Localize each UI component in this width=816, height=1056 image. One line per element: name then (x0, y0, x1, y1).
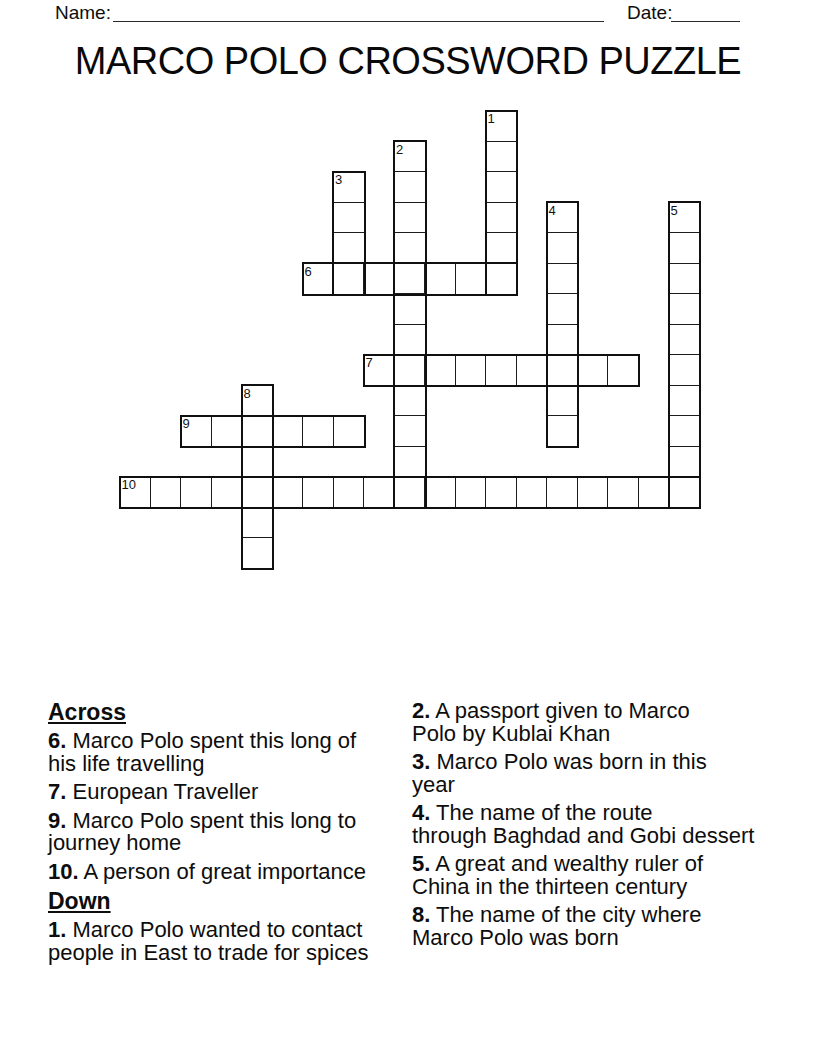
grid-cell-r5c11[interactable] (455, 263, 487, 295)
down-clue-8-line-2: Marco Polo was born (412, 927, 797, 950)
across-clue-9-line-2: journey home (48, 832, 398, 855)
grid-cell-r9c9[interactable] (394, 385, 426, 417)
grid-cell-r12c6[interactable] (302, 476, 334, 508)
down-clues-list-right: 2. A passport given to MarcoPolo by Kubl… (412, 700, 797, 949)
grid-cell-r4c7[interactable] (333, 232, 365, 264)
grid-cell-r10c18[interactable] (668, 415, 700, 447)
grid-cell-r7c14[interactable] (546, 324, 578, 356)
grid-cell-r12c10[interactable] (424, 476, 456, 508)
across-clue-9: 9. Marco Polo spent this long tojourney … (48, 810, 398, 855)
grid-cell-r12c7[interactable] (333, 476, 365, 508)
down-clue-1: 1. Marco Polo wanted to contactpeople in… (48, 919, 398, 964)
across-clue-7-line-1: 7. European Traveller (48, 781, 398, 804)
grid-cell-r7c9[interactable] (394, 324, 426, 356)
grid-cell-r13c4[interactable] (241, 507, 273, 539)
grid-cell-r1c9[interactable] (394, 141, 426, 173)
across-clue-6-line-2: his life travelling (48, 753, 398, 776)
down-clue-3-number: 3. (412, 749, 430, 774)
date-blank-line[interactable] (671, 1, 740, 22)
grid-cell-r8c14[interactable] (546, 354, 578, 386)
crossword-worksheet-page: { "header": { "name_label": "Name:", "da… (0, 0, 816, 1056)
across-clue-6-line-1: 6. Marco Polo spent this long of (48, 730, 398, 753)
down-clues-list-left: 1. Marco Polo wanted to contactpeople in… (48, 919, 398, 964)
down-clue-3-line-1: 3. Marco Polo was born in this (412, 751, 797, 774)
across-clue-10-number: 10. (48, 859, 79, 884)
grid-cell-r5c18[interactable] (668, 263, 700, 295)
grid-cell-r12c15[interactable] (577, 476, 609, 508)
across-clue-9-line-1: 9. Marco Polo spent this long to (48, 810, 398, 833)
down-clue-3: 3. Marco Polo was born in thisyear (412, 751, 797, 796)
grid-cell-r10c5[interactable] (272, 415, 304, 447)
grid-cell-r12c2[interactable] (180, 476, 212, 508)
grid-cell-r10c14[interactable] (546, 415, 578, 447)
grid-cell-r9c4[interactable] (241, 385, 273, 417)
grid-cell-r12c16[interactable] (607, 476, 639, 508)
grid-cell-r3c9[interactable] (394, 202, 426, 234)
down-clue-5: 5. A great and wealthy ruler ofChina in … (412, 853, 797, 898)
across-clues-list: 6. Marco Polo spent this long ofhis life… (48, 730, 398, 883)
down-clue-1-line-1: 1. Marco Polo wanted to contact (48, 919, 398, 942)
grid-cell-r8c8[interactable] (363, 354, 395, 386)
grid-cell-r12c11[interactable] (455, 476, 487, 508)
down-clue-1-line-2: people in East to trade for spices (48, 942, 398, 965)
grid-cell-r3c14[interactable] (546, 202, 578, 234)
down-clue-4: 4. The name of the routethrough Baghdad … (412, 802, 797, 847)
clues-left-column: Across 6. Marco Polo spent this long ofh… (48, 700, 398, 970)
grid-cell-r5c9[interactable] (394, 263, 426, 295)
grid-cell-r9c14[interactable] (546, 385, 578, 417)
page-title: MARCO POLO CROSSWORD PUZZLE (0, 41, 816, 81)
grid-cell-r12c12[interactable] (485, 476, 517, 508)
grid-cell-r6c9[interactable] (394, 293, 426, 325)
down-clue-8-line-1: 8. The name of the city where (412, 904, 797, 927)
grid-cell-r5c6[interactable] (302, 263, 334, 295)
across-clue-7-number: 7. (48, 779, 66, 804)
grid-cell-r12c4[interactable] (241, 476, 273, 508)
grid-cell-r6c14[interactable] (546, 293, 578, 325)
grid-cell-r12c5[interactable] (272, 476, 304, 508)
grid-cell-r10c7[interactable] (333, 415, 365, 447)
grid-cell-r2c12[interactable] (485, 171, 517, 203)
down-clue-5-line-2: China in the thirteen century (412, 876, 797, 899)
grid-cell-r2c7[interactable] (333, 171, 365, 203)
grid-cell-r0c12[interactable] (485, 110, 517, 142)
grid-cell-r10c9[interactable] (394, 415, 426, 447)
down-clue-5-line-1: 5. A great and wealthy ruler of (412, 853, 797, 876)
grid-cell-r12c13[interactable] (516, 476, 548, 508)
grid-cell-r3c18[interactable] (668, 202, 700, 234)
grid-cell-r8c18[interactable] (668, 354, 700, 386)
grid-cell-r12c1[interactable] (150, 476, 182, 508)
across-clue-6: 6. Marco Polo spent this long ofhis life… (48, 730, 398, 775)
down-clue-8-number: 8. (412, 902, 430, 927)
grid-cell-r2c9[interactable] (394, 171, 426, 203)
across-clue-9-number: 9. (48, 808, 66, 833)
across-heading: Across (48, 700, 398, 724)
grid-cell-r8c11[interactable] (455, 354, 487, 386)
grid-cell-r8c12[interactable] (485, 354, 517, 386)
grid-cell-r3c7[interactable] (333, 202, 365, 234)
grid-cell-r8c10[interactable] (424, 354, 456, 386)
grid-cell-r10c2[interactable] (180, 415, 212, 447)
grid-cell-r4c14[interactable] (546, 232, 578, 264)
grid-cell-r11c9[interactable] (394, 446, 426, 478)
grid-cell-r12c0[interactable] (119, 476, 151, 508)
clues-right-column: 2. A passport given to MarcoPolo by Kubl… (412, 700, 797, 955)
grid-cell-r8c15[interactable] (577, 354, 609, 386)
grid-cell-r14c4[interactable] (241, 537, 273, 569)
grid-cell-r5c10[interactable] (424, 263, 456, 295)
down-clue-5-number: 5. (412, 851, 430, 876)
down-clue-4-line-2: through Baghdad and Gobi dessert (412, 825, 797, 848)
grid-cell-r5c14[interactable] (546, 263, 578, 295)
grid-cell-r10c4[interactable] (241, 415, 273, 447)
grid-cell-r8c16[interactable] (607, 354, 639, 386)
across-clue-10: 10. A person of great importance (48, 861, 398, 884)
down-clue-2: 2. A passport given to MarcoPolo by Kubl… (412, 700, 797, 745)
down-clue-4-line-1: 4. The name of the route (412, 802, 797, 825)
down-clue-1-number: 1. (48, 917, 66, 942)
name-label: Name: (55, 2, 111, 23)
grid-cell-r1c12[interactable] (485, 141, 517, 173)
grid-cell-r10c3[interactable] (211, 415, 243, 447)
grid-cell-r12c3[interactable] (211, 476, 243, 508)
down-clue-8: 8. The name of the city whereMarco Polo … (412, 904, 797, 949)
grid-cell-r12c9[interactable] (394, 476, 426, 508)
grid-cell-r6c18[interactable] (668, 293, 700, 325)
grid-cell-r12c8[interactable] (363, 476, 395, 508)
grid-cell-r12c17[interactable] (638, 476, 670, 508)
date-label: Date: (627, 2, 672, 23)
grid-cell-r9c18[interactable] (668, 385, 700, 417)
down-clue-2-line-2: Polo by Kublai Khan (412, 723, 797, 746)
grid-cell-r10c6[interactable] (302, 415, 334, 447)
across-clue-6-number: 6. (48, 728, 66, 753)
across-clue-10-line-1: 10. A person of great importance (48, 861, 398, 884)
grid-cell-r12c14[interactable] (546, 476, 578, 508)
grid-cell-r4c18[interactable] (668, 232, 700, 264)
grid-cell-r5c7[interactable] (333, 263, 365, 295)
grid-cell-r5c12[interactable] (485, 263, 517, 295)
grid-cell-r11c18[interactable] (668, 446, 700, 478)
grid-cell-r12c18[interactable] (668, 476, 700, 508)
crossword-grid: 67910123458 (119, 110, 703, 572)
grid-cell-r4c12[interactable] (485, 232, 517, 264)
grid-cell-r8c13[interactable] (516, 354, 548, 386)
down-heading: Down (48, 889, 398, 913)
grid-cell-r3c12[interactable] (485, 202, 517, 234)
grid-cell-r8c9[interactable] (394, 354, 426, 386)
grid-cell-r4c9[interactable] (394, 232, 426, 264)
across-clue-7: 7. European Traveller (48, 781, 398, 804)
grid-cell-r11c4[interactable] (241, 446, 273, 478)
grid-cell-r7c18[interactable] (668, 324, 700, 356)
down-clue-3-line-2: year (412, 774, 797, 797)
name-blank-line[interactable] (113, 1, 604, 22)
down-clue-2-number: 2. (412, 698, 430, 723)
down-clue-2-line-1: 2. A passport given to Marco (412, 700, 797, 723)
down-clue-4-number: 4. (412, 800, 430, 825)
grid-cell-r5c8[interactable] (363, 263, 395, 295)
